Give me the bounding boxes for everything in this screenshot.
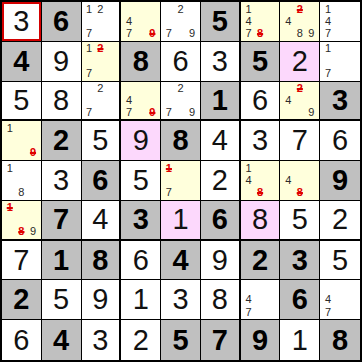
solved-digit: 8 xyxy=(241,201,280,239)
solved-digit: 8 xyxy=(42,82,81,120)
solved-digit: 7 xyxy=(280,121,319,160)
cell-r2c3[interactable]: 127 xyxy=(82,42,122,82)
cell-r1c3[interactable]: 127 xyxy=(82,2,122,42)
cell-r8c4[interactable]: 1 xyxy=(121,280,161,320)
solved-digit: 5 xyxy=(42,280,81,319)
given-digit: 1 xyxy=(42,241,81,280)
candidate-7: 7 xyxy=(163,187,175,199)
solved-digit: 9 xyxy=(82,280,120,319)
candidate-1: 1 xyxy=(4,122,16,134)
candidate-grid: 1478 xyxy=(243,3,278,40)
solved-digit: 3 xyxy=(161,280,200,319)
candidate-2: 2 xyxy=(95,3,106,15)
cell-r7c2[interactable]: 1 xyxy=(42,241,82,281)
cell-r1c6[interactable]: 5 xyxy=(201,2,241,42)
candidate-1: 1 xyxy=(243,162,255,174)
candidate-4: 4 xyxy=(322,294,334,306)
cell-r3c1[interactable]: 5 xyxy=(2,82,42,122)
eliminated-candidate-9: 9 xyxy=(27,147,39,159)
cell-r5c7[interactable]: 148 xyxy=(241,161,281,201)
candidate-grid: 48 xyxy=(282,162,317,199)
cell-r3c4[interactable]: 479 xyxy=(121,82,161,122)
given-digit: 5 xyxy=(161,320,200,360)
candidate-9: 9 xyxy=(27,226,39,238)
sudoku-board: 3612747927951478248914749127863521758274… xyxy=(0,0,362,362)
cell-r7c8[interactable]: 3 xyxy=(280,241,320,281)
candidate-grid: 127 xyxy=(84,43,118,80)
candidate-7: 7 xyxy=(84,106,95,118)
solved-digit: 2 xyxy=(201,161,239,200)
solved-digit: 5 xyxy=(2,82,41,120)
given-digit: 6 xyxy=(42,2,81,41)
cell-r6c4[interactable]: 3 xyxy=(121,201,161,241)
cell-r5c2[interactable]: 3 xyxy=(42,161,82,201)
cell-r4c4[interactable]: 9 xyxy=(121,121,161,161)
eliminated-candidate-2: 2 xyxy=(294,83,306,95)
solved-digit: 6 xyxy=(2,320,41,360)
candidate-grid: 2489 xyxy=(282,3,317,40)
given-digit: 5 xyxy=(241,42,280,81)
cell-r7c3[interactable]: 8 xyxy=(82,241,122,281)
given-digit: 3 xyxy=(320,82,360,120)
candidate-grid: 249 xyxy=(282,83,317,119)
cell-r1c4[interactable]: 479 xyxy=(121,2,161,42)
cell-r5c4[interactable]: 5 xyxy=(121,161,161,201)
cell-r9c3[interactable]: 3 xyxy=(82,320,122,360)
candidate-4: 4 xyxy=(282,94,294,106)
candidate-grid: 27 xyxy=(84,83,118,119)
solved-digit: 8 xyxy=(201,280,239,319)
candidate-grid: 279 xyxy=(163,3,198,40)
candidate-1: 1 xyxy=(84,43,95,55)
candidate-7: 7 xyxy=(243,28,255,40)
cell-r7c5[interactable]: 4 xyxy=(161,241,201,281)
cell-r9c1[interactable]: 6 xyxy=(2,320,42,360)
candidate-grid: 17 xyxy=(322,43,358,80)
candidate-4: 4 xyxy=(243,15,255,27)
given-digit: 7 xyxy=(42,201,81,239)
solved-digit: 3 xyxy=(241,121,280,160)
cell-r1c9[interactable]: 147 xyxy=(320,2,360,42)
candidate-9: 9 xyxy=(186,28,198,40)
solved-digit: 9 xyxy=(121,121,160,160)
candidate-grid: 17 xyxy=(163,162,198,199)
candidate-1: 1 xyxy=(322,3,334,15)
solved-digit: 2 xyxy=(280,42,319,81)
cell-r3c8[interactable]: 249 xyxy=(280,82,320,122)
cell-r6c8[interactable]: 5 xyxy=(280,201,320,241)
solved-digit: 6 xyxy=(121,241,160,280)
solved-digit: 7 xyxy=(2,241,41,280)
candidate-1: 1 xyxy=(322,43,334,55)
cell-r6c2[interactable]: 7 xyxy=(42,201,82,241)
solved-digit: 1 xyxy=(280,320,319,360)
candidate-grid: 189 xyxy=(4,202,39,238)
cell-r9c8[interactable]: 1 xyxy=(280,320,320,360)
cell-r5c9[interactable]: 9 xyxy=(320,161,360,201)
candidate-grid: 47 xyxy=(322,281,358,318)
given-digit: 6 xyxy=(201,201,239,239)
cell-r8c7[interactable]: 47 xyxy=(241,280,281,320)
cell-r1c2[interactable]: 6 xyxy=(42,2,82,42)
candidate-8: 8 xyxy=(16,187,28,199)
candidate-grid: 479 xyxy=(123,3,158,40)
candidate-grid: 127 xyxy=(84,3,118,40)
cell-r1c8[interactable]: 2489 xyxy=(280,2,320,42)
cell-r6c1[interactable]: 189 xyxy=(2,201,42,241)
candidate-grid: 19 xyxy=(4,122,39,159)
candidate-7: 7 xyxy=(123,28,135,40)
given-digit: 2 xyxy=(241,241,280,280)
candidate-7: 7 xyxy=(84,28,95,40)
solved-digit: 5 xyxy=(82,121,120,160)
candidate-7: 7 xyxy=(243,306,255,318)
solved-digit: 1 xyxy=(161,201,200,239)
eliminated-candidate-8: 8 xyxy=(254,28,266,40)
cell-r7c6[interactable]: 9 xyxy=(201,241,241,281)
cell-r2c5[interactable]: 6 xyxy=(161,42,201,82)
solved-digit: 9 xyxy=(201,241,239,280)
cell-r3c2[interactable]: 8 xyxy=(42,82,82,122)
given-digit: 9 xyxy=(320,161,360,200)
eliminated-candidate-9: 9 xyxy=(147,106,159,118)
candidate-grid: 18 xyxy=(4,162,39,199)
solved-digit: 2 xyxy=(320,201,360,239)
cell-r6c6[interactable]: 6 xyxy=(201,201,241,241)
solved-digit: 3 xyxy=(42,161,81,200)
cell-r2c7[interactable]: 5 xyxy=(241,42,281,82)
given-digit: 4 xyxy=(161,241,200,280)
cell-r9c6[interactable]: 7 xyxy=(201,320,241,360)
eliminated-candidate-1: 1 xyxy=(4,202,16,214)
cell-r9c9[interactable]: 8 xyxy=(320,320,360,360)
candidate-1: 1 xyxy=(243,3,255,15)
cell-r7c1[interactable]: 7 xyxy=(2,241,42,281)
solved-digit: 6 xyxy=(320,121,360,160)
given-digit: 4 xyxy=(2,42,41,81)
cell-r8c3[interactable]: 9 xyxy=(82,280,122,320)
eliminated-candidate-8: 8 xyxy=(16,226,28,238)
cell-r6c3[interactable]: 4 xyxy=(82,201,122,241)
cell-r8c9[interactable]: 47 xyxy=(320,280,360,320)
cell-r1c7[interactable]: 1478 xyxy=(241,2,281,42)
solved-digit: 5 xyxy=(121,161,160,200)
given-digit: 7 xyxy=(201,320,239,360)
cell-r2c9[interactable]: 17 xyxy=(320,42,360,82)
candidate-4: 4 xyxy=(322,15,334,27)
cell-r9c4[interactable]: 2 xyxy=(121,320,161,360)
given-digit: 4 xyxy=(42,320,81,360)
solved-digit: 4 xyxy=(201,121,239,160)
cell-r3c3[interactable]: 27 xyxy=(82,82,122,122)
solved-digit: 9 xyxy=(42,42,81,81)
cell-r4c8[interactable]: 7 xyxy=(280,121,320,161)
candidate-9: 9 xyxy=(186,106,198,118)
cell-r4c5[interactable]: 8 xyxy=(161,121,201,161)
cell-r4c6[interactable]: 4 xyxy=(201,121,241,161)
cell-r5c8[interactable]: 48 xyxy=(280,161,320,201)
cell-r8c1[interactable]: 2 xyxy=(2,280,42,320)
candidate-7: 7 xyxy=(163,106,175,118)
solved-digit: 3 xyxy=(2,2,41,41)
cell-r8c8[interactable]: 6 xyxy=(280,280,320,320)
cell-r7c4[interactable]: 6 xyxy=(121,241,161,281)
candidate-2: 2 xyxy=(175,3,187,15)
eliminated-candidate-1: 1 xyxy=(163,162,175,174)
given-digit: 8 xyxy=(320,320,360,360)
candidate-2: 2 xyxy=(175,83,187,95)
cell-r3c5[interactable]: 279 xyxy=(161,82,201,122)
given-digit: 5 xyxy=(201,2,239,41)
cell-r5c5[interactable]: 17 xyxy=(161,161,201,201)
given-digit: 3 xyxy=(280,241,319,280)
solved-digit: 5 xyxy=(320,241,360,280)
candidate-grid: 279 xyxy=(163,83,198,119)
cell-r5c6[interactable]: 2 xyxy=(201,161,241,201)
cell-r4c1[interactable]: 19 xyxy=(2,121,42,161)
given-digit: 8 xyxy=(121,42,160,81)
solved-digit: 2 xyxy=(121,320,160,360)
solved-digit: 6 xyxy=(241,82,280,120)
cell-r4c2[interactable]: 2 xyxy=(42,121,82,161)
eliminated-candidate-8: 8 xyxy=(254,187,266,199)
candidate-7: 7 xyxy=(163,28,175,40)
cell-r1c1[interactable]: 3 xyxy=(2,2,42,42)
cell-r3c6[interactable]: 1 xyxy=(201,82,241,122)
eliminated-candidate-2: 2 xyxy=(95,43,106,55)
solved-digit: 4 xyxy=(82,201,120,239)
cell-r3c7[interactable]: 6 xyxy=(241,82,281,122)
solved-digit: 6 xyxy=(161,42,200,81)
cell-r5c1[interactable]: 18 xyxy=(2,161,42,201)
cell-r7c9[interactable]: 5 xyxy=(320,241,360,281)
candidate-grid: 47 xyxy=(243,281,278,318)
cell-r2c6[interactable]: 3 xyxy=(201,42,241,82)
cell-r9c7[interactable]: 9 xyxy=(241,320,281,360)
candidate-2: 2 xyxy=(95,83,106,95)
given-digit: 1 xyxy=(201,82,239,120)
given-digit: 3 xyxy=(121,201,160,239)
candidate-grid: 148 xyxy=(243,162,278,199)
candidate-4: 4 xyxy=(243,174,255,186)
candidate-9: 9 xyxy=(306,106,318,118)
cell-r9c5[interactable]: 5 xyxy=(161,320,201,360)
candidate-4: 4 xyxy=(243,294,255,306)
cell-r5c3[interactable]: 6 xyxy=(82,161,122,201)
cell-r3c9[interactable]: 3 xyxy=(320,82,360,122)
cell-r6c7[interactable]: 8 xyxy=(241,201,281,241)
cell-r7c7[interactable]: 2 xyxy=(241,241,281,281)
given-digit: 8 xyxy=(161,121,200,160)
given-digit: 2 xyxy=(2,280,41,319)
solved-digit: 3 xyxy=(82,320,120,360)
cell-r2c2[interactable]: 9 xyxy=(42,42,82,82)
solved-digit: 3 xyxy=(201,42,239,81)
candidate-8: 8 xyxy=(294,28,306,40)
cell-r1c5[interactable]: 279 xyxy=(161,2,201,42)
candidate-4: 4 xyxy=(123,15,135,27)
cell-r6c9[interactable]: 2 xyxy=(320,201,360,241)
cell-r4c7[interactable]: 3 xyxy=(241,121,281,161)
candidate-4: 4 xyxy=(282,174,294,186)
eliminated-candidate-8: 8 xyxy=(294,187,306,199)
candidate-7: 7 xyxy=(322,67,334,79)
candidate-4: 4 xyxy=(282,15,294,27)
eliminated-candidate-2: 2 xyxy=(294,3,306,15)
candidate-grid: 147 xyxy=(322,3,358,40)
cell-r2c8[interactable]: 2 xyxy=(280,42,320,82)
cell-r6c5[interactable]: 1 xyxy=(161,201,201,241)
given-digit: 2 xyxy=(42,121,81,160)
given-digit: 6 xyxy=(82,161,120,200)
solved-digit: 1 xyxy=(121,280,160,319)
eliminated-candidate-9: 9 xyxy=(147,28,159,40)
cell-r4c9[interactable]: 6 xyxy=(320,121,360,161)
candidate-7: 7 xyxy=(123,106,135,118)
cell-r8c6[interactable]: 8 xyxy=(201,280,241,320)
candidate-grid: 479 xyxy=(123,83,158,119)
cell-r4c3[interactable]: 5 xyxy=(82,121,122,161)
candidate-9: 9 xyxy=(306,28,318,40)
candidate-7: 7 xyxy=(84,67,95,79)
cell-r8c2[interactable]: 5 xyxy=(42,280,82,320)
given-digit: 8 xyxy=(82,241,120,280)
solved-digit: 5 xyxy=(280,201,319,239)
given-digit: 6 xyxy=(280,280,319,319)
candidate-7: 7 xyxy=(322,306,334,318)
candidate-4: 4 xyxy=(123,94,135,106)
cell-r8c5[interactable]: 3 xyxy=(161,280,201,320)
cell-r2c4[interactable]: 8 xyxy=(121,42,161,82)
candidate-7: 7 xyxy=(322,28,334,40)
candidate-1: 1 xyxy=(4,162,16,174)
cell-r9c2[interactable]: 4 xyxy=(42,320,82,360)
given-digit: 9 xyxy=(241,320,280,360)
candidate-1: 1 xyxy=(84,3,95,15)
cell-r2c1[interactable]: 4 xyxy=(2,42,42,82)
